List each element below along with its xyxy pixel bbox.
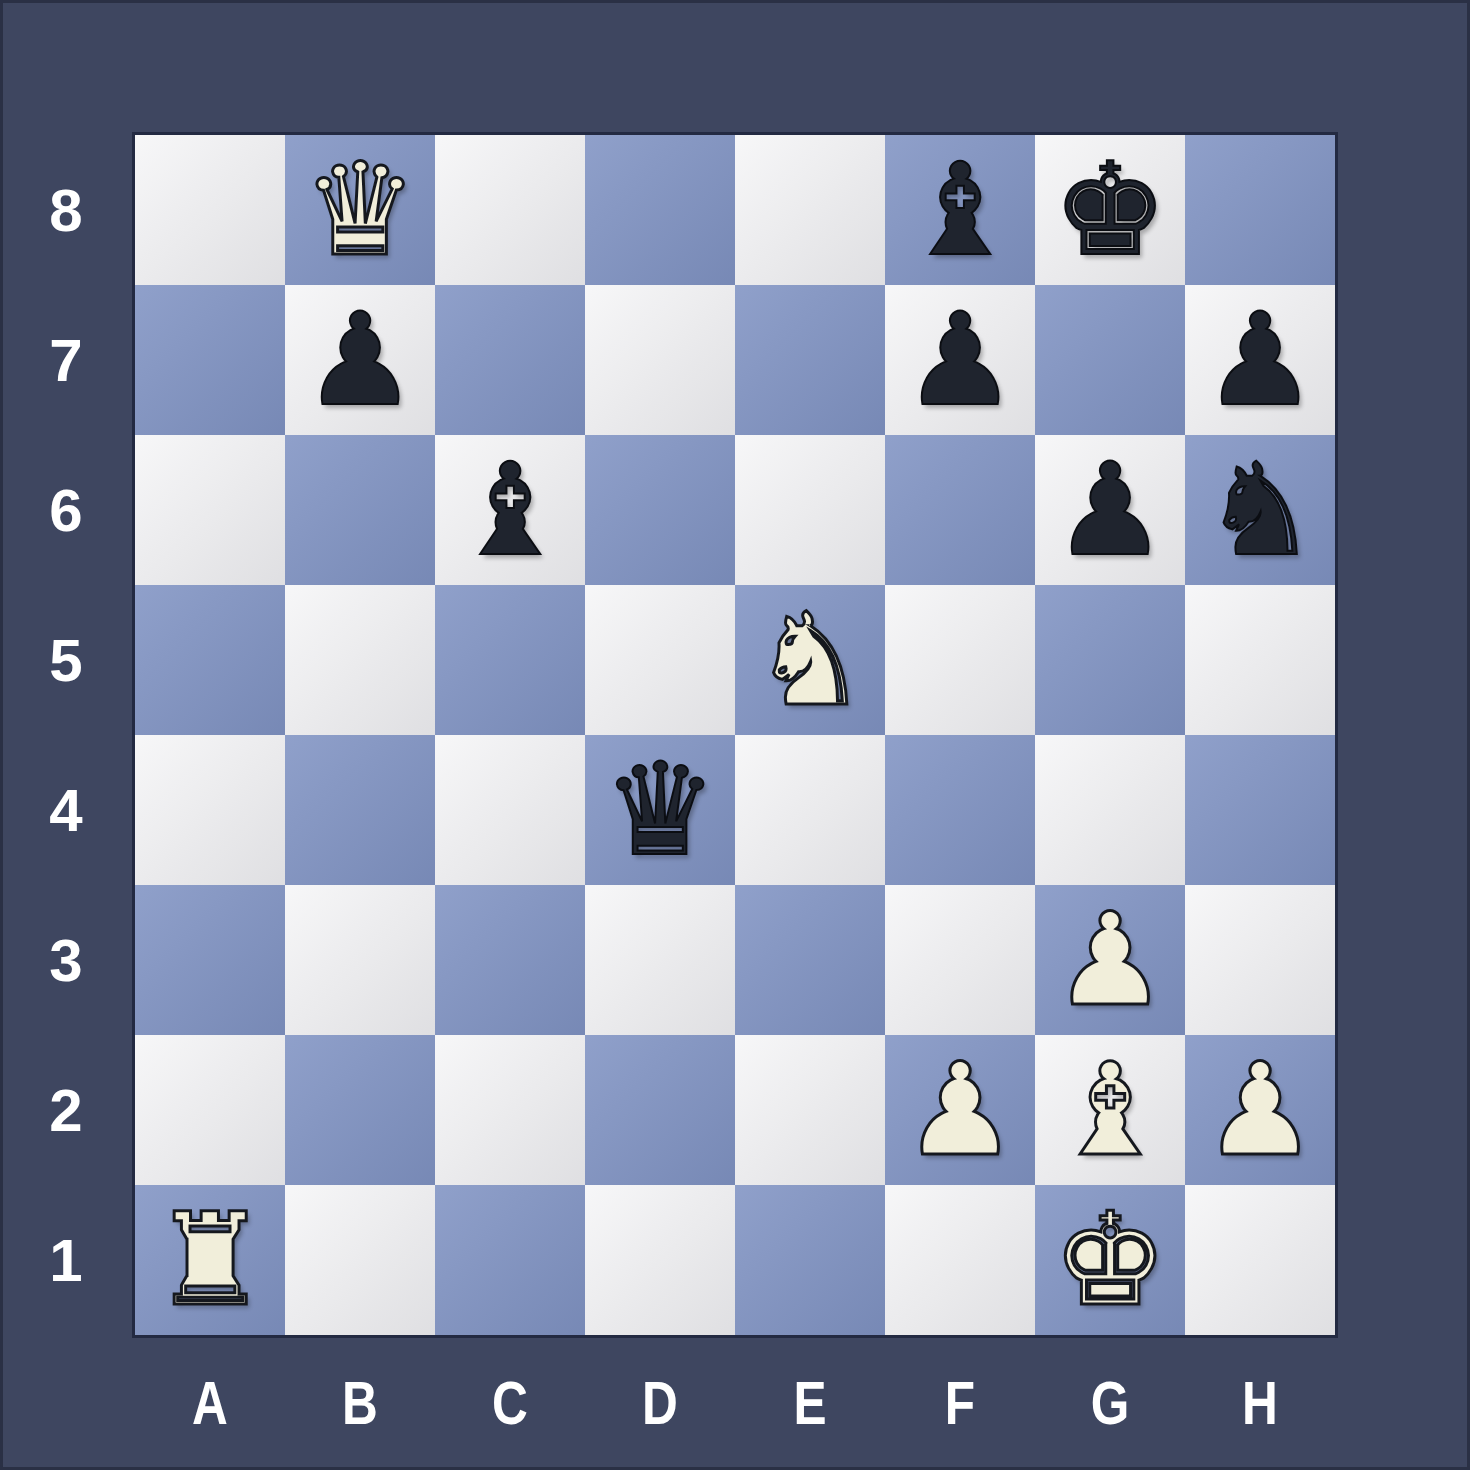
square-f6[interactable] [885,435,1035,585]
square-e8[interactable] [735,135,885,285]
square-c6[interactable]: ♝ [435,435,585,585]
square-e6[interactable] [735,435,885,585]
square-d6[interactable] [585,435,735,585]
square-h5[interactable] [1185,585,1335,735]
square-d4[interactable]: ♛ [585,735,735,885]
black-king[interactable]: ♚ [1035,135,1185,285]
rank-label-5: 5 [0,585,132,735]
square-e4[interactable] [735,735,885,885]
black-pawn[interactable]: ♟ [285,285,435,435]
square-e5[interactable]: ♞ [735,585,885,735]
file-label-d: D [600,1335,720,1470]
file-label-f: F [900,1335,1020,1470]
square-b7[interactable]: ♟ [285,285,435,435]
square-d3[interactable] [585,885,735,1035]
square-d8[interactable] [585,135,735,285]
square-a7[interactable] [135,285,285,435]
file-label-c: C [450,1335,570,1470]
rank-label-6: 6 [0,435,132,585]
square-c5[interactable] [435,585,585,735]
file-label-b: B [300,1335,420,1470]
square-a3[interactable] [135,885,285,1035]
square-b1[interactable] [285,1185,435,1335]
square-f4[interactable] [885,735,1035,885]
rank-label-8: 8 [0,135,132,285]
file-label-g: G [1050,1335,1170,1470]
black-pawn[interactable]: ♟ [1035,435,1185,585]
chess-board: ♛♝♚♟♟♟♝♟♞♞♛♟♟♝♟♜♚ [132,132,1338,1338]
square-h6[interactable]: ♞ [1185,435,1335,585]
square-f7[interactable]: ♟ [885,285,1035,435]
square-b8[interactable]: ♛ [285,135,435,285]
white-king[interactable]: ♚ [1035,1185,1185,1335]
square-a5[interactable] [135,585,285,735]
square-f1[interactable] [885,1185,1035,1335]
square-b6[interactable] [285,435,435,585]
rank-label-1: 1 [0,1185,132,1335]
square-a8[interactable] [135,135,285,285]
square-c3[interactable] [435,885,585,1035]
square-c4[interactable] [435,735,585,885]
square-f3[interactable] [885,885,1035,1035]
square-e1[interactable] [735,1185,885,1335]
black-bishop[interactable]: ♝ [435,435,585,585]
white-knight[interactable]: ♞ [735,585,885,735]
black-knight[interactable]: ♞ [1185,435,1335,585]
rank-label-3: 3 [0,885,132,1035]
square-g3[interactable]: ♟ [1035,885,1185,1035]
white-queen[interactable]: ♛ [285,135,435,285]
square-a2[interactable] [135,1035,285,1185]
square-h3[interactable] [1185,885,1335,1035]
white-pawn[interactable]: ♟ [885,1035,1035,1185]
black-queen[interactable]: ♛ [585,735,735,885]
square-c2[interactable] [435,1035,585,1185]
square-b5[interactable] [285,585,435,735]
square-a4[interactable] [135,735,285,885]
square-h1[interactable] [1185,1185,1335,1335]
file-label-e: E [750,1335,870,1470]
white-bishop[interactable]: ♝ [1035,1035,1185,1185]
square-a6[interactable] [135,435,285,585]
square-f2[interactable]: ♟ [885,1035,1035,1185]
square-g7[interactable] [1035,285,1185,435]
square-h7[interactable]: ♟ [1185,285,1335,435]
file-labels: ABCDEFGH [135,1335,1335,1470]
square-g5[interactable] [1035,585,1185,735]
square-f8[interactable]: ♝ [885,135,1035,285]
square-g1[interactable]: ♚ [1035,1185,1185,1335]
black-pawn[interactable]: ♟ [885,285,1035,435]
square-g8[interactable]: ♚ [1035,135,1185,285]
square-b2[interactable] [285,1035,435,1185]
square-c7[interactable] [435,285,585,435]
square-g6[interactable]: ♟ [1035,435,1185,585]
white-pawn[interactable]: ♟ [1185,1035,1335,1185]
white-rook[interactable]: ♜ [135,1185,285,1335]
square-h4[interactable] [1185,735,1335,885]
square-g4[interactable] [1035,735,1185,885]
square-a1[interactable]: ♜ [135,1185,285,1335]
square-b4[interactable] [285,735,435,885]
rank-labels: 87654321 [0,135,132,1335]
rank-label-7: 7 [0,285,132,435]
square-d1[interactable] [585,1185,735,1335]
black-pawn[interactable]: ♟ [1185,285,1335,435]
square-e2[interactable] [735,1035,885,1185]
rank-label-2: 2 [0,1035,132,1185]
square-c8[interactable] [435,135,585,285]
file-label-h: H [1200,1335,1320,1470]
square-b3[interactable] [285,885,435,1035]
white-pawn[interactable]: ♟ [1035,885,1185,1035]
square-h8[interactable] [1185,135,1335,285]
square-f5[interactable] [885,585,1035,735]
square-c1[interactable] [435,1185,585,1335]
square-d5[interactable] [585,585,735,735]
file-label-a: A [150,1335,270,1470]
rank-label-4: 4 [0,735,132,885]
square-h2[interactable]: ♟ [1185,1035,1335,1185]
square-d7[interactable] [585,285,735,435]
square-d2[interactable] [585,1035,735,1185]
square-g2[interactable]: ♝ [1035,1035,1185,1185]
square-e7[interactable] [735,285,885,435]
black-bishop[interactable]: ♝ [885,135,1035,285]
square-e3[interactable] [735,885,885,1035]
